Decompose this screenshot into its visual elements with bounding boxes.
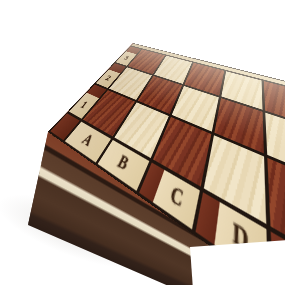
rank-label-3: 3 — [123, 55, 130, 61]
rank-label-1: 1 — [79, 100, 90, 110]
product-photo-stage: 321ABCDEFGH — [0, 0, 285, 285]
file-label-b: B — [115, 152, 131, 173]
rank-label-2: 2 — [104, 74, 113, 82]
file-label-c: C — [168, 182, 185, 211]
file-label-a: A — [79, 132, 95, 149]
